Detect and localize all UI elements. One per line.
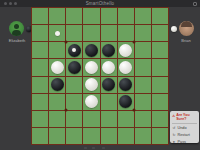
window-zoom-button[interactable] <box>14 2 17 5</box>
board-cell[interactable] <box>101 94 117 110</box>
white-disc <box>119 44 132 57</box>
black-disc <box>102 78 115 91</box>
black-disc <box>85 44 98 57</box>
black-disc <box>119 95 132 108</box>
board-cell[interactable] <box>118 8 134 24</box>
board-cell[interactable] <box>32 59 48 75</box>
board-cell[interactable] <box>32 25 48 41</box>
confirm-menu-title: Are You Sure? <box>176 113 197 121</box>
board-cell[interactable] <box>83 111 99 127</box>
board-cell[interactable] <box>135 111 151 127</box>
menu-item-label: Restart <box>178 133 190 137</box>
menu-item-label: Undo <box>178 126 187 130</box>
pass-icon: ➤ <box>172 140 176 144</box>
board-cell[interactable] <box>101 77 117 93</box>
board-cell[interactable] <box>152 25 168 41</box>
restart-icon: ↻ <box>172 133 176 137</box>
board-cell[interactable] <box>32 8 48 24</box>
board-cell[interactable] <box>152 128 168 144</box>
undo-icon: ↺ <box>172 126 176 130</box>
black-disc <box>68 44 81 57</box>
board-cell[interactable] <box>135 25 151 41</box>
player-right-color-disc <box>171 26 177 32</box>
board-cell[interactable] <box>49 111 65 127</box>
player-right-name: Brian <box>172 38 200 43</box>
board-cell[interactable] <box>49 128 65 144</box>
board-cell[interactable] <box>49 8 65 24</box>
board-cell[interactable] <box>83 59 99 75</box>
board-cell[interactable] <box>118 128 134 144</box>
white-disc <box>51 61 64 74</box>
bottom-bar-icon[interactable] <box>102 147 105 150</box>
board-cell[interactable] <box>83 42 99 58</box>
window-minimize-button[interactable] <box>9 2 12 5</box>
board-cell[interactable] <box>101 25 117 41</box>
board-cell[interactable] <box>118 42 134 58</box>
board-cell[interactable] <box>152 42 168 58</box>
board-cell[interactable] <box>32 77 48 93</box>
board-cell[interactable] <box>135 128 151 144</box>
board-cell[interactable] <box>118 77 134 93</box>
board-cell[interactable] <box>66 94 82 110</box>
menu-item-label: Pass <box>178 140 186 144</box>
white-disc <box>85 78 98 91</box>
board-cell[interactable] <box>66 8 82 24</box>
hint-move-dot <box>55 31 60 36</box>
confirm-menu-header: ⚠ Are You Sure? <box>172 113 197 121</box>
board-cell[interactable] <box>152 59 168 75</box>
board-cell[interactable] <box>135 77 151 93</box>
menu-divider <box>172 123 197 124</box>
board-cell[interactable] <box>49 94 65 110</box>
player-left-avatar <box>9 21 24 36</box>
white-disc <box>85 95 98 108</box>
white-disc <box>85 61 98 74</box>
menu-item-restart[interactable]: ↻Restart <box>172 132 197 139</box>
window-close-button[interactable] <box>4 2 7 5</box>
board-cell[interactable] <box>118 59 134 75</box>
board-cell[interactable] <box>135 94 151 110</box>
board-cell[interactable] <box>135 8 151 24</box>
fullscreen-icon[interactable] <box>193 2 197 6</box>
board-cell[interactable] <box>101 8 117 24</box>
othello-board[interactable] <box>31 7 169 145</box>
white-disc <box>119 61 132 74</box>
board-cell[interactable] <box>49 42 65 58</box>
board-cell[interactable] <box>32 111 48 127</box>
board-cell[interactable] <box>101 128 117 144</box>
bottom-bar-icon[interactable] <box>92 147 95 150</box>
board-cell[interactable] <box>66 111 82 127</box>
confirm-menu: ⚠ Are You Sure? ↺Undo↻Restart➤Pass <box>170 111 199 143</box>
board-cell[interactable] <box>66 59 82 75</box>
board-cell[interactable] <box>32 42 48 58</box>
board-cell[interactable] <box>101 42 117 58</box>
board-cell[interactable] <box>152 8 168 24</box>
board-cell[interactable] <box>152 111 168 127</box>
board-cell[interactable] <box>101 59 117 75</box>
player-right-avatar <box>179 21 194 36</box>
white-disc <box>102 61 115 74</box>
board-cell[interactable] <box>118 94 134 110</box>
board-cell[interactable] <box>83 128 99 144</box>
board-cell[interactable] <box>49 59 65 75</box>
board-cell[interactable] <box>118 111 134 127</box>
board-cell[interactable] <box>83 94 99 110</box>
board-cell[interactable] <box>83 8 99 24</box>
warning-icon: ⚠ <box>172 115 175 119</box>
window-title: SmartOthello <box>86 1 115 6</box>
window-controls <box>4 2 17 5</box>
board-cell[interactable] <box>152 94 168 110</box>
black-disc <box>68 61 81 74</box>
black-disc <box>102 44 115 57</box>
board-cell[interactable] <box>101 111 117 127</box>
board-cell[interactable] <box>66 77 82 93</box>
last-move-marker <box>72 48 76 52</box>
bottom-bar-icon[interactable] <box>84 147 87 150</box>
board-cell[interactable] <box>152 77 168 93</box>
board-cell[interactable] <box>135 42 151 58</box>
board-cell[interactable] <box>135 59 151 75</box>
board-cell[interactable] <box>66 128 82 144</box>
board-cell[interactable] <box>118 25 134 41</box>
black-disc <box>51 78 64 91</box>
board-cell[interactable] <box>32 94 48 110</box>
board-cell[interactable] <box>49 77 65 93</box>
board-cell[interactable] <box>83 77 99 93</box>
menu-item-undo[interactable]: ↺Undo <box>172 125 197 132</box>
board-cell[interactable] <box>49 25 65 41</box>
board-cell[interactable] <box>32 128 48 144</box>
board-cell[interactable] <box>83 25 99 41</box>
title-bar: SmartOthello <box>0 0 200 7</box>
bottom-bar <box>0 145 200 150</box>
board-cell[interactable] <box>66 42 82 58</box>
board-cell[interactable] <box>66 25 82 41</box>
player-left-name: Elizabeth <box>2 38 32 43</box>
black-disc <box>119 78 132 91</box>
